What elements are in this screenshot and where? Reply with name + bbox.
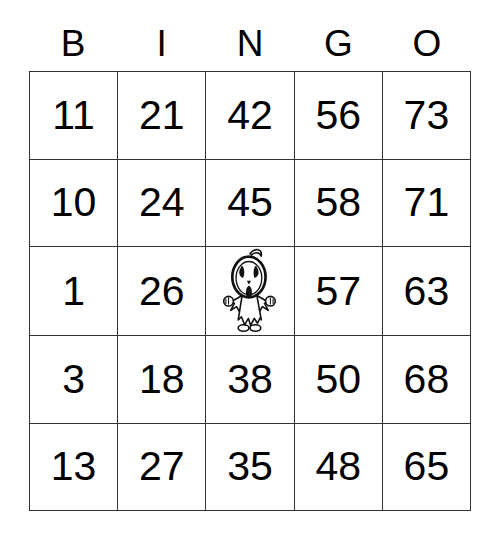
bingo-cell-r1c4[interactable]: 71	[383, 160, 471, 248]
bingo-card: B I N G O 11 21 42 56 73 10 24 45 58 71 …	[0, 0, 500, 544]
header-letter-n: N	[206, 0, 294, 71]
bingo-cell-r3c3[interactable]: 50	[295, 336, 383, 424]
header-letter-o: O	[383, 0, 471, 71]
header-letter-i: I	[117, 0, 205, 71]
bingo-cell-r1c2[interactable]: 45	[206, 160, 294, 248]
bingo-cell-r4c3[interactable]: 48	[295, 424, 383, 512]
bingo-header: B I N G O	[29, 0, 471, 71]
bingo-cell-r2c1[interactable]: 26	[118, 247, 206, 336]
header-letter-b: B	[29, 0, 117, 71]
bingo-cell-r0c4[interactable]: 73	[383, 72, 471, 160]
bingo-cell-r0c0[interactable]: 11	[30, 72, 118, 160]
bingo-cell-r0c3[interactable]: 56	[295, 72, 383, 160]
bingo-cell-r2c4[interactable]: 63	[383, 247, 471, 336]
bingo-grid: 11 21 42 56 73 10 24 45 58 71 1 26	[29, 71, 471, 511]
header-letter-g: G	[294, 0, 382, 71]
bingo-cell-r4c0[interactable]: 13	[30, 424, 118, 512]
bingo-cell-r0c1[interactable]: 21	[118, 72, 206, 160]
bingo-cell-r1c0[interactable]: 10	[30, 160, 118, 248]
bingo-cell-free-space[interactable]	[206, 247, 294, 336]
bingo-cell-r1c1[interactable]: 24	[118, 160, 206, 248]
bingo-cell-r1c3[interactable]: 58	[295, 160, 383, 248]
bingo-cell-r4c4[interactable]: 65	[383, 424, 471, 512]
bingo-cell-r4c2[interactable]: 35	[206, 424, 294, 512]
bingo-cell-r4c1[interactable]: 27	[118, 424, 206, 512]
bingo-cell-r2c3[interactable]: 57	[295, 247, 383, 336]
bingo-cell-r3c2[interactable]: 38	[206, 336, 294, 424]
bingo-cell-r2c0[interactable]: 1	[30, 247, 118, 336]
bingo-cell-r3c4[interactable]: 68	[383, 336, 471, 424]
ghostface-scream-icon	[217, 247, 283, 335]
bingo-cell-r3c1[interactable]: 18	[118, 336, 206, 424]
bingo-cell-r3c0[interactable]: 3	[30, 336, 118, 424]
bingo-cell-r0c2[interactable]: 42	[206, 72, 294, 160]
